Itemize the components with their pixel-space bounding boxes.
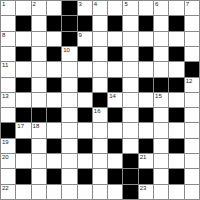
cell-r13c12[interactable] <box>169 185 183 199</box>
clue-number-18: 18 <box>33 123 40 130</box>
clue-number-10: 10 <box>63 47 70 54</box>
clue-number-4: 4 <box>94 1 97 8</box>
cell-r12c5[interactable] <box>62 169 76 183</box>
cell-r10c5[interactable] <box>62 139 76 153</box>
block-cell-r5c13 <box>185 62 199 76</box>
cell-r7c13[interactable] <box>185 93 199 107</box>
cell-r6c9[interactable] <box>123 78 137 92</box>
cell-r2c3[interactable] <box>32 16 46 30</box>
clue-number-11: 11 <box>2 62 8 69</box>
cell-r9c12[interactable] <box>169 123 183 137</box>
cell-r13c8[interactable] <box>108 185 122 199</box>
block-cell-r2c4 <box>47 16 61 30</box>
cell-r3c12[interactable] <box>169 32 183 46</box>
block-cell-r4c4 <box>47 47 61 61</box>
cell-r5c4[interactable] <box>47 62 61 76</box>
cell-r5c6[interactable] <box>78 62 92 76</box>
cell-r7c5[interactable] <box>62 93 76 107</box>
block-cell-r6c12 <box>169 78 183 92</box>
cell-r6c5[interactable] <box>62 78 76 92</box>
block-cell-r11c9 <box>123 154 137 168</box>
cell-r10c9[interactable] <box>123 139 137 153</box>
cell-r11c1[interactable]: 20 <box>1 154 15 168</box>
block-cell-r12c4 <box>47 169 61 183</box>
cell-r7c3[interactable] <box>32 93 46 107</box>
cell-r11c6[interactable] <box>78 154 92 168</box>
cell-r1c1[interactable]: 1 <box>1 1 15 15</box>
cell-r1c2[interactable] <box>16 1 30 15</box>
cell-r6c13[interactable]: 12 <box>185 78 199 92</box>
block-cell-r10c10 <box>139 139 153 153</box>
cell-r6c1[interactable] <box>1 78 15 92</box>
cell-r2c7[interactable] <box>93 16 107 30</box>
cell-r3c8[interactable] <box>108 32 122 46</box>
cell-r8c9[interactable] <box>123 108 137 122</box>
cell-r11c8[interactable] <box>108 154 122 168</box>
cell-r3c3[interactable] <box>32 32 46 46</box>
clue-number-15: 15 <box>155 93 162 100</box>
cell-r10c3[interactable] <box>32 139 46 153</box>
cell-r10c13[interactable] <box>185 139 199 153</box>
cell-r1c9[interactable]: 5 <box>123 1 137 15</box>
cell-r3c1[interactable]: 8 <box>1 32 15 46</box>
clue-number-9: 9 <box>79 32 82 39</box>
clue-number-17: 17 <box>17 123 24 130</box>
block-cell-r6c10 <box>139 78 153 92</box>
cell-r9c8[interactable] <box>108 123 122 137</box>
cell-r2c9[interactable] <box>123 16 137 30</box>
cell-r3c9[interactable] <box>123 32 137 46</box>
cell-r5c7[interactable] <box>93 62 107 76</box>
cell-r10c1[interactable]: 19 <box>1 139 15 153</box>
cell-r7c6[interactable] <box>78 93 92 107</box>
cell-r9c11[interactable] <box>154 123 168 137</box>
block-cell-r10c12 <box>169 139 183 153</box>
block-cell-r8c8 <box>108 108 122 122</box>
cell-r9c7[interactable] <box>93 123 107 137</box>
block-cell-r7c7 <box>93 93 107 107</box>
cell-r5c11[interactable] <box>154 62 168 76</box>
cell-r8c7[interactable]: 16 <box>93 108 107 122</box>
cell-r11c3[interactable] <box>32 154 46 168</box>
cell-r12c3[interactable] <box>32 169 46 183</box>
block-cell-r12c9 <box>123 169 137 183</box>
cell-r4c11[interactable] <box>154 47 168 61</box>
cell-r1c3[interactable]: 2 <box>32 1 46 15</box>
block-cell-r10c8 <box>108 139 122 153</box>
block-cell-r8c3 <box>32 108 46 122</box>
cell-r7c4[interactable] <box>47 93 61 107</box>
clue-number-1: 1 <box>2 1 5 8</box>
crossword-grid: 1234567891011121314151617181920212223 <box>0 0 200 200</box>
block-cell-r6c6 <box>78 78 92 92</box>
cell-r4c13[interactable] <box>185 47 199 61</box>
cell-r4c7[interactable] <box>93 47 107 61</box>
clue-number-20: 20 <box>2 154 9 161</box>
clue-number-14: 14 <box>109 93 116 100</box>
block-cell-r2c5 <box>62 16 76 30</box>
cell-r9c9[interactable] <box>123 123 137 137</box>
cell-r11c7[interactable] <box>93 154 107 168</box>
cell-r1c10[interactable] <box>139 1 153 15</box>
cell-r11c10[interactable]: 21 <box>139 154 153 168</box>
cell-r13c2[interactable] <box>16 185 30 199</box>
cell-r8c13[interactable] <box>185 108 199 122</box>
cell-r6c3[interactable] <box>32 78 46 92</box>
block-cell-r2c12 <box>169 16 183 30</box>
cell-r7c11[interactable]: 15 <box>154 93 168 107</box>
cell-r8c5[interactable] <box>62 108 76 122</box>
block-cell-r8c4 <box>47 108 61 122</box>
block-cell-r2c2 <box>16 16 30 30</box>
cell-r9c2[interactable]: 17 <box>16 123 30 137</box>
cell-r5c2[interactable] <box>16 62 30 76</box>
block-cell-r2c6 <box>78 16 92 30</box>
cell-r7c10[interactable] <box>139 93 153 107</box>
cell-r13c11[interactable] <box>154 185 168 199</box>
clue-number-19: 19 <box>2 139 9 146</box>
block-cell-r4c6 <box>78 47 92 61</box>
block-cell-r6c11 <box>154 78 168 92</box>
cell-r6c7[interactable] <box>93 78 107 92</box>
cell-r13c10[interactable]: 23 <box>139 185 153 199</box>
cell-r1c4[interactable] <box>47 1 61 15</box>
cell-r8c11[interactable] <box>154 108 168 122</box>
cell-r9c10[interactable] <box>139 123 153 137</box>
clue-number-16: 16 <box>94 108 101 115</box>
cell-r7c2[interactable] <box>16 93 30 107</box>
cell-r7c12[interactable] <box>169 93 183 107</box>
cell-r11c13[interactable] <box>185 154 199 168</box>
cell-r5c8[interactable] <box>108 62 122 76</box>
block-cell-r6c4 <box>47 78 61 92</box>
cell-r8c1[interactable] <box>1 108 15 122</box>
cell-r7c9[interactable] <box>123 93 137 107</box>
block-cell-r12c2 <box>16 169 30 183</box>
cell-r11c11[interactable] <box>154 154 168 168</box>
cell-r7c8[interactable]: 14 <box>108 93 122 107</box>
block-cell-r6c2 <box>16 78 30 92</box>
cell-r2c13[interactable] <box>185 16 199 30</box>
cell-r1c12[interactable] <box>169 1 183 15</box>
block-cell-r12c6 <box>78 169 92 183</box>
cell-r5c3[interactable] <box>32 62 46 76</box>
clue-number-13: 13 <box>2 93 9 100</box>
cell-r9c3[interactable]: 18 <box>32 123 46 137</box>
cell-r3c10[interactable] <box>139 32 153 46</box>
cell-r13c13[interactable] <box>185 185 199 199</box>
block-cell-r1c5 <box>62 1 76 15</box>
cell-r13c3[interactable] <box>32 185 46 199</box>
clue-number-12: 12 <box>186 78 193 85</box>
block-cell-r12c8 <box>108 169 122 183</box>
cell-r3c2[interactable] <box>16 32 30 46</box>
block-cell-r10c6 <box>78 139 92 153</box>
cell-r5c1[interactable]: 11 <box>1 62 15 76</box>
cell-r12c7[interactable] <box>93 169 107 183</box>
cell-r1c7[interactable]: 4 <box>93 1 107 15</box>
block-cell-r8c2 <box>16 108 30 122</box>
cell-r2c11[interactable] <box>154 16 168 30</box>
block-cell-r12c10 <box>139 169 153 183</box>
cell-r4c5[interactable]: 10 <box>62 47 76 61</box>
cell-r3c11[interactable] <box>154 32 168 46</box>
clue-number-21: 21 <box>140 154 147 161</box>
cell-r11c5[interactable] <box>62 154 76 168</box>
block-cell-r8c10 <box>139 108 153 122</box>
block-cell-r9c1 <box>1 123 15 137</box>
cell-r4c1[interactable] <box>1 47 15 61</box>
cell-r9c6[interactable] <box>78 123 92 137</box>
block-cell-r2c8 <box>108 16 122 30</box>
cell-r1c6[interactable]: 3 <box>78 1 92 15</box>
block-cell-r10c2 <box>16 139 30 153</box>
cell-r5c12[interactable] <box>169 62 183 76</box>
cell-r13c6[interactable] <box>78 185 92 199</box>
clue-number-22: 22 <box>2 185 9 192</box>
cell-r9c13[interactable] <box>185 123 199 137</box>
cell-r11c4[interactable] <box>47 154 61 168</box>
block-cell-r3c5 <box>62 32 76 46</box>
cell-r2c1[interactable] <box>1 16 15 30</box>
cell-r1c8[interactable] <box>108 1 122 15</box>
block-cell-r4c2 <box>16 47 30 61</box>
cell-r13c1[interactable]: 22 <box>1 185 15 199</box>
clue-number-23: 23 <box>140 185 147 192</box>
block-cell-r10c4 <box>47 139 61 153</box>
cell-r7c1[interactable]: 13 <box>1 93 15 107</box>
block-cell-r4c10 <box>139 47 153 61</box>
clue-number-7: 7 <box>186 1 189 8</box>
cell-r3c7[interactable] <box>93 32 107 46</box>
cell-r11c2[interactable] <box>16 154 30 168</box>
cell-r5c10[interactable] <box>139 62 153 76</box>
clue-number-3: 3 <box>79 1 82 8</box>
cell-r10c7[interactable] <box>93 139 107 153</box>
cell-r5c9[interactable] <box>123 62 137 76</box>
block-cell-r4c8 <box>108 47 122 61</box>
cell-r9c4[interactable] <box>47 123 61 137</box>
cell-r4c3[interactable] <box>32 47 46 61</box>
block-cell-r13c9 <box>123 185 137 199</box>
cell-r9c5[interactable] <box>62 123 76 137</box>
cell-r3c13[interactable] <box>185 32 199 46</box>
cell-r1c11[interactable]: 6 <box>154 1 168 15</box>
clue-number-2: 2 <box>33 1 36 8</box>
cell-r1c13[interactable]: 7 <box>185 1 199 15</box>
block-cell-r12c12 <box>169 169 183 183</box>
block-cell-r8c6 <box>78 108 92 122</box>
cell-r10c11[interactable] <box>154 139 168 153</box>
clue-number-8: 8 <box>2 32 5 39</box>
cell-r11c12[interactable] <box>169 154 183 168</box>
clue-number-6: 6 <box>155 1 158 8</box>
cell-r3c4[interactable] <box>47 32 61 46</box>
cell-r13c7[interactable] <box>93 185 107 199</box>
cell-r3c6[interactable]: 9 <box>78 32 92 46</box>
cell-r4c9[interactable] <box>123 47 137 61</box>
block-cell-r4c12 <box>169 47 183 61</box>
cell-r5c5[interactable] <box>62 62 76 76</box>
block-cell-r2c10 <box>139 16 153 30</box>
cell-r12c13[interactable] <box>185 169 199 183</box>
cell-r13c4[interactable] <box>47 185 61 199</box>
clue-number-5: 5 <box>124 1 127 8</box>
block-cell-r6c8 <box>108 78 122 92</box>
cell-r12c11[interactable] <box>154 169 168 183</box>
block-cell-r8c12 <box>169 108 183 122</box>
cell-r12c1[interactable] <box>1 169 15 183</box>
cell-r13c5[interactable] <box>62 185 76 199</box>
